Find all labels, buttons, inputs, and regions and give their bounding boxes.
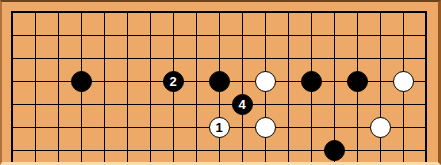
board-edge-line-top <box>11 11 427 13</box>
board-edge-line-vertical <box>11 11 13 162</box>
grid-line-horizontal <box>11 35 427 36</box>
grid-line-vertical <box>196 11 197 162</box>
grid-line-vertical <box>242 11 243 162</box>
white-stone <box>370 117 391 138</box>
black-stone <box>324 140 345 161</box>
black-stone-move-4: 4 <box>232 94 253 115</box>
grid-line-vertical <box>127 11 128 162</box>
grid-line-vertical <box>35 11 36 162</box>
white-stone <box>255 117 276 138</box>
black-stone-move-2: 2 <box>163 71 184 92</box>
white-stone-move-1: 1 <box>209 117 230 138</box>
move-number-label: 1 <box>215 121 222 134</box>
grid-line-vertical <box>380 11 381 162</box>
black-stone <box>209 71 230 92</box>
move-number-label: 2 <box>169 75 176 88</box>
move-number-label: 4 <box>238 98 245 111</box>
grid-line-vertical <box>150 11 151 162</box>
black-stone <box>301 71 322 92</box>
grid-line-vertical <box>58 11 59 162</box>
white-stone <box>393 71 414 92</box>
grid-line-vertical <box>288 11 289 162</box>
black-stone <box>347 71 368 92</box>
white-stone <box>255 71 276 92</box>
board-edge-line-vertical <box>425 11 427 162</box>
grid-line-horizontal <box>11 104 427 105</box>
grid-line-horizontal <box>11 58 427 59</box>
go-board-diagram: 241 <box>0 0 441 165</box>
grid-line-vertical <box>104 11 105 162</box>
grid-line-horizontal <box>11 150 427 151</box>
black-stone <box>71 71 92 92</box>
